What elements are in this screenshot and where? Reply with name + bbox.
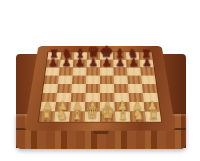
square-e5[interactable]	[100, 76, 114, 84]
square-d5[interactable]	[86, 76, 100, 84]
square-g4[interactable]	[128, 84, 143, 93]
square-b7[interactable]: ♟	[60, 60, 74, 68]
square-h6[interactable]	[140, 67, 155, 75]
piece-dark-pawn[interactable]: ♟	[102, 57, 111, 68]
piece-light-king[interactable]: ♚	[100, 104, 116, 121]
square-f7[interactable]: ♟	[113, 60, 127, 68]
square-e4[interactable]	[100, 84, 114, 93]
photo-background: ♜♞♝♛♚♝♞♜♟♟♟♟♟♟♟♟♟♟♟♟♟♟♟♟♜♞♝♛♚♝♞♜	[0, 0, 200, 161]
board-tilt-wrapper: ♜♞♝♛♚♝♞♜♟♟♟♟♟♟♟♟♟♟♟♟♟♟♟♟♜♞♝♛♚♝♞♜	[24, 46, 176, 131]
square-e6[interactable]	[100, 67, 114, 75]
square-c4[interactable]	[71, 84, 86, 93]
square-g5[interactable]	[127, 76, 142, 84]
piece-dark-pawn[interactable]: ♟	[48, 57, 57, 68]
piece-dark-pawn[interactable]: ♟	[142, 57, 151, 68]
piece-dark-pawn[interactable]: ♟	[129, 57, 138, 68]
board-frame: ♜♞♝♛♚♝♞♜♟♟♟♟♟♟♟♟♟♟♟♟♟♟♟♟♜♞♝♛♚♝♞♜	[24, 46, 176, 131]
piece-light-bishop[interactable]: ♝	[117, 107, 130, 121]
square-a4[interactable]	[43, 84, 58, 93]
square-f5[interactable]	[114, 76, 128, 84]
square-a7[interactable]: ♟	[46, 60, 60, 68]
square-g7[interactable]: ♟	[126, 60, 140, 68]
square-b6[interactable]	[59, 67, 73, 75]
piece-light-knight[interactable]: ♞	[55, 107, 68, 121]
square-f6[interactable]	[113, 67, 127, 75]
square-d1[interactable]: ♛	[85, 112, 100, 122]
piece-light-bishop[interactable]: ♝	[71, 107, 84, 121]
square-g1[interactable]: ♞	[130, 112, 146, 122]
square-f1[interactable]: ♝	[115, 112, 131, 122]
square-b5[interactable]	[58, 76, 73, 84]
square-c7[interactable]: ♟	[73, 60, 87, 68]
square-g6[interactable]	[127, 67, 141, 75]
square-c1[interactable]: ♝	[69, 112, 85, 122]
square-a6[interactable]	[45, 67, 60, 75]
piece-light-rook[interactable]: ♜	[148, 109, 160, 122]
square-h4[interactable]	[142, 84, 157, 93]
piece-dark-pawn[interactable]: ♟	[115, 57, 124, 68]
piece-light-knight[interactable]: ♞	[132, 107, 145, 121]
square-h5[interactable]	[141, 76, 156, 84]
square-h7[interactable]: ♟	[139, 60, 153, 68]
board-grid: ♜♞♝♛♚♝♞♜♟♟♟♟♟♟♟♟♟♟♟♟♟♟♟♟♜♞♝♛♚♝♞♜	[39, 52, 161, 121]
piece-dark-pawn[interactable]: ♟	[89, 57, 98, 68]
piece-dark-pawn[interactable]: ♟	[75, 57, 84, 68]
piece-light-queen[interactable]: ♛	[85, 105, 100, 121]
square-c6[interactable]	[73, 67, 87, 75]
square-a1[interactable]: ♜	[39, 112, 55, 122]
square-h1[interactable]: ♜	[145, 112, 161, 122]
square-e7[interactable]: ♟	[100, 60, 113, 68]
piece-dark-pawn[interactable]: ♟	[62, 57, 71, 68]
square-e1[interactable]: ♚	[100, 112, 115, 122]
square-b4[interactable]	[57, 84, 72, 93]
square-b1[interactable]: ♞	[54, 112, 70, 122]
square-c5[interactable]	[72, 76, 86, 84]
square-d6[interactable]	[86, 67, 100, 75]
square-a5[interactable]	[44, 76, 59, 84]
piece-light-rook[interactable]: ♜	[41, 109, 53, 122]
square-d4[interactable]	[86, 84, 100, 93]
square-d7[interactable]: ♟	[87, 60, 100, 68]
square-f4[interactable]	[114, 84, 129, 93]
